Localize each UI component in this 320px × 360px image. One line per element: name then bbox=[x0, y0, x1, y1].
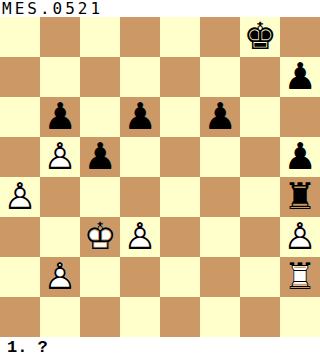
white-rook: ♜♖ bbox=[280, 257, 320, 297]
black-pawn: ♟ bbox=[40, 97, 80, 137]
square-d8[interactable] bbox=[120, 17, 160, 57]
square-d5[interactable] bbox=[120, 137, 160, 177]
square-c2[interactable] bbox=[80, 257, 120, 297]
square-h8[interactable] bbox=[280, 17, 320, 57]
white-pawn: ♟♙ bbox=[0, 177, 40, 217]
square-b4[interactable] bbox=[40, 177, 80, 217]
square-f8[interactable] bbox=[200, 17, 240, 57]
square-c7[interactable] bbox=[80, 57, 120, 97]
square-g7[interactable] bbox=[240, 57, 280, 97]
move-prompt: 1. ? bbox=[7, 337, 48, 360]
square-f6[interactable]: ♟ bbox=[200, 97, 240, 137]
black-pawn: ♟ bbox=[80, 137, 120, 177]
square-b7[interactable] bbox=[40, 57, 80, 97]
white-pawn: ♟♙ bbox=[40, 137, 80, 177]
square-c5[interactable]: ♟ bbox=[80, 137, 120, 177]
square-b2[interactable]: ♟♙ bbox=[40, 257, 80, 297]
puzzle-id: MES.0521 bbox=[2, 0, 103, 17]
chess-board: ♚♟♟♟♟♟♙♟♟♟♙♜♚♔♟♙♟♙♟♙♜♖ bbox=[0, 17, 320, 337]
black-pawn: ♟ bbox=[200, 97, 240, 137]
square-d1[interactable] bbox=[120, 297, 160, 337]
square-f7[interactable] bbox=[200, 57, 240, 97]
black-rook: ♜ bbox=[280, 177, 320, 217]
square-c8[interactable] bbox=[80, 17, 120, 57]
square-e8[interactable] bbox=[160, 17, 200, 57]
square-c1[interactable] bbox=[80, 297, 120, 337]
square-d3[interactable]: ♟♙ bbox=[120, 217, 160, 257]
square-g1[interactable] bbox=[240, 297, 280, 337]
white-king: ♚♔ bbox=[80, 217, 120, 257]
square-g3[interactable] bbox=[240, 217, 280, 257]
square-a2[interactable] bbox=[0, 257, 40, 297]
square-h1[interactable] bbox=[280, 297, 320, 337]
square-d7[interactable] bbox=[120, 57, 160, 97]
white-pawn: ♟♙ bbox=[40, 257, 80, 297]
square-e7[interactable] bbox=[160, 57, 200, 97]
square-h6[interactable] bbox=[280, 97, 320, 137]
square-f5[interactable] bbox=[200, 137, 240, 177]
square-g4[interactable] bbox=[240, 177, 280, 217]
square-e3[interactable] bbox=[160, 217, 200, 257]
square-h5[interactable]: ♟ bbox=[280, 137, 320, 177]
square-h2[interactable]: ♜♖ bbox=[280, 257, 320, 297]
square-b3[interactable] bbox=[40, 217, 80, 257]
square-g6[interactable] bbox=[240, 97, 280, 137]
square-e2[interactable] bbox=[160, 257, 200, 297]
square-d6[interactable]: ♟ bbox=[120, 97, 160, 137]
square-a4[interactable]: ♟♙ bbox=[0, 177, 40, 217]
square-a8[interactable] bbox=[0, 17, 40, 57]
square-a3[interactable] bbox=[0, 217, 40, 257]
square-a7[interactable] bbox=[0, 57, 40, 97]
square-b6[interactable]: ♟ bbox=[40, 97, 80, 137]
square-e5[interactable] bbox=[160, 137, 200, 177]
white-pawn: ♟♙ bbox=[120, 217, 160, 257]
black-pawn: ♟ bbox=[120, 97, 160, 137]
white-pawn: ♟♙ bbox=[280, 217, 320, 257]
square-b8[interactable] bbox=[40, 17, 80, 57]
square-g5[interactable] bbox=[240, 137, 280, 177]
square-e1[interactable] bbox=[160, 297, 200, 337]
square-f1[interactable] bbox=[200, 297, 240, 337]
square-d2[interactable] bbox=[120, 257, 160, 297]
square-h3[interactable]: ♟♙ bbox=[280, 217, 320, 257]
square-c3[interactable]: ♚♔ bbox=[80, 217, 120, 257]
black-pawn: ♟ bbox=[280, 137, 320, 177]
black-pawn: ♟ bbox=[280, 57, 320, 97]
square-f3[interactable] bbox=[200, 217, 240, 257]
square-g2[interactable] bbox=[240, 257, 280, 297]
square-f2[interactable] bbox=[200, 257, 240, 297]
square-a1[interactable] bbox=[0, 297, 40, 337]
square-h7[interactable]: ♟ bbox=[280, 57, 320, 97]
square-h4[interactable]: ♜ bbox=[280, 177, 320, 217]
square-e6[interactable] bbox=[160, 97, 200, 137]
black-king: ♚ bbox=[240, 17, 280, 57]
square-c6[interactable] bbox=[80, 97, 120, 137]
square-d4[interactable] bbox=[120, 177, 160, 217]
square-b5[interactable]: ♟♙ bbox=[40, 137, 80, 177]
square-c4[interactable] bbox=[80, 177, 120, 217]
square-a5[interactable] bbox=[0, 137, 40, 177]
square-g8[interactable]: ♚ bbox=[240, 17, 280, 57]
square-b1[interactable] bbox=[40, 297, 80, 337]
square-a6[interactable] bbox=[0, 97, 40, 137]
square-e4[interactable] bbox=[160, 177, 200, 217]
square-f4[interactable] bbox=[200, 177, 240, 217]
